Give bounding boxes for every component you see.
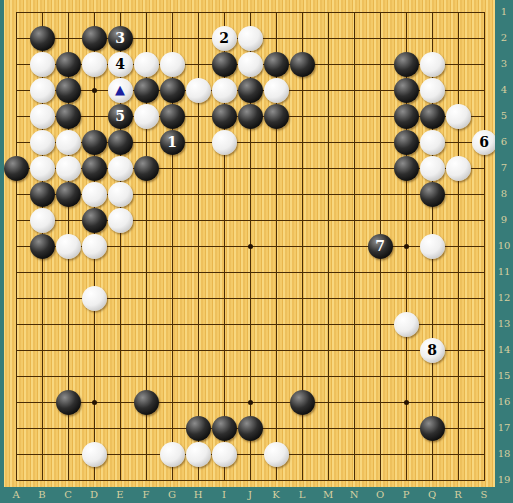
intersection-E2[interactable]: 3 xyxy=(107,25,133,51)
intersection-Q14[interactable]: 8 xyxy=(419,337,445,363)
intersection-A17[interactable] xyxy=(3,415,29,441)
intersection-I13[interactable] xyxy=(211,311,237,337)
intersection-A15[interactable] xyxy=(3,363,29,389)
intersection-D18[interactable] xyxy=(81,441,107,467)
intersection-G15[interactable] xyxy=(159,363,185,389)
intersection-S8[interactable] xyxy=(471,181,497,207)
intersection-N12[interactable] xyxy=(341,285,367,311)
intersection-M9[interactable] xyxy=(315,207,341,233)
intersection-B9[interactable] xyxy=(29,207,55,233)
intersection-G13[interactable] xyxy=(159,311,185,337)
intersection-E3[interactable]: 4 xyxy=(107,51,133,77)
intersection-F6[interactable] xyxy=(133,129,159,155)
intersection-N6[interactable] xyxy=(341,129,367,155)
intersection-D5[interactable] xyxy=(81,103,107,129)
intersection-R2[interactable] xyxy=(445,25,471,51)
intersection-K13[interactable] xyxy=(263,311,289,337)
intersection-P10[interactable] xyxy=(393,233,419,259)
intersection-L2[interactable] xyxy=(289,25,315,51)
intersection-O3[interactable] xyxy=(367,51,393,77)
intersection-I16[interactable] xyxy=(211,389,237,415)
intersection-E8[interactable] xyxy=(107,181,133,207)
intersection-E10[interactable] xyxy=(107,233,133,259)
intersection-Q5[interactable] xyxy=(419,103,445,129)
intersection-L15[interactable] xyxy=(289,363,315,389)
intersection-O13[interactable] xyxy=(367,311,393,337)
intersection-Q3[interactable] xyxy=(419,51,445,77)
intersection-B2[interactable] xyxy=(29,25,55,51)
intersection-F1[interactable] xyxy=(133,0,159,25)
intersection-I18[interactable] xyxy=(211,441,237,467)
intersection-C5[interactable] xyxy=(55,103,81,129)
intersection-I17[interactable] xyxy=(211,415,237,441)
intersection-I10[interactable] xyxy=(211,233,237,259)
intersection-E16[interactable] xyxy=(107,389,133,415)
intersection-I4[interactable] xyxy=(211,77,237,103)
intersection-P11[interactable] xyxy=(393,259,419,285)
intersection-K6[interactable] xyxy=(263,129,289,155)
intersection-P8[interactable] xyxy=(393,181,419,207)
intersection-J16[interactable] xyxy=(237,389,263,415)
intersection-G7[interactable] xyxy=(159,155,185,181)
intersection-E14[interactable] xyxy=(107,337,133,363)
intersection-M2[interactable] xyxy=(315,25,341,51)
intersection-B10[interactable] xyxy=(29,233,55,259)
intersection-S6[interactable]: 6 xyxy=(471,129,497,155)
intersection-G4[interactable] xyxy=(159,77,185,103)
intersection-F9[interactable] xyxy=(133,207,159,233)
intersection-O18[interactable] xyxy=(367,441,393,467)
intersection-Q10[interactable] xyxy=(419,233,445,259)
intersection-M16[interactable] xyxy=(315,389,341,415)
intersection-Q2[interactable] xyxy=(419,25,445,51)
intersection-J6[interactable] xyxy=(237,129,263,155)
intersection-I5[interactable] xyxy=(211,103,237,129)
intersection-H7[interactable] xyxy=(185,155,211,181)
intersection-E1[interactable] xyxy=(107,0,133,25)
intersection-K1[interactable] xyxy=(263,0,289,25)
intersection-C8[interactable] xyxy=(55,181,81,207)
intersection-N14[interactable] xyxy=(341,337,367,363)
intersection-I9[interactable] xyxy=(211,207,237,233)
intersection-D4[interactable] xyxy=(81,77,107,103)
intersection-B15[interactable] xyxy=(29,363,55,389)
intersection-M14[interactable] xyxy=(315,337,341,363)
intersection-H13[interactable] xyxy=(185,311,211,337)
intersection-S16[interactable] xyxy=(471,389,497,415)
intersection-E17[interactable] xyxy=(107,415,133,441)
intersection-S3[interactable] xyxy=(471,51,497,77)
intersection-E13[interactable] xyxy=(107,311,133,337)
intersection-B4[interactable] xyxy=(29,77,55,103)
intersection-F13[interactable] xyxy=(133,311,159,337)
intersection-L18[interactable] xyxy=(289,441,315,467)
intersection-K16[interactable] xyxy=(263,389,289,415)
intersection-F16[interactable] xyxy=(133,389,159,415)
intersection-M15[interactable] xyxy=(315,363,341,389)
intersection-G11[interactable] xyxy=(159,259,185,285)
intersection-D13[interactable] xyxy=(81,311,107,337)
intersection-F8[interactable] xyxy=(133,181,159,207)
intersection-E4[interactable]: ▲ xyxy=(107,77,133,103)
intersection-Q11[interactable] xyxy=(419,259,445,285)
intersection-L5[interactable] xyxy=(289,103,315,129)
intersection-P17[interactable] xyxy=(393,415,419,441)
intersection-E7[interactable] xyxy=(107,155,133,181)
intersection-M13[interactable] xyxy=(315,311,341,337)
intersection-P6[interactable] xyxy=(393,129,419,155)
intersection-N7[interactable] xyxy=(341,155,367,181)
intersection-K18[interactable] xyxy=(263,441,289,467)
intersection-R14[interactable] xyxy=(445,337,471,363)
intersection-C11[interactable] xyxy=(55,259,81,285)
intersection-C14[interactable] xyxy=(55,337,81,363)
intersection-K7[interactable] xyxy=(263,155,289,181)
intersection-J5[interactable] xyxy=(237,103,263,129)
intersection-S13[interactable] xyxy=(471,311,497,337)
intersection-R4[interactable] xyxy=(445,77,471,103)
intersection-Q8[interactable] xyxy=(419,181,445,207)
intersection-G3[interactable] xyxy=(159,51,185,77)
intersection-A5[interactable] xyxy=(3,103,29,129)
intersection-K9[interactable] xyxy=(263,207,289,233)
intersection-A7[interactable] xyxy=(3,155,29,181)
intersection-M1[interactable] xyxy=(315,0,341,25)
intersection-Q6[interactable] xyxy=(419,129,445,155)
intersection-A2[interactable] xyxy=(3,25,29,51)
intersection-L4[interactable] xyxy=(289,77,315,103)
intersection-O5[interactable] xyxy=(367,103,393,129)
intersection-C18[interactable] xyxy=(55,441,81,467)
intersection-J3[interactable] xyxy=(237,51,263,77)
intersection-O15[interactable] xyxy=(367,363,393,389)
intersection-R11[interactable] xyxy=(445,259,471,285)
intersection-F14[interactable] xyxy=(133,337,159,363)
intersection-F17[interactable] xyxy=(133,415,159,441)
intersection-M4[interactable] xyxy=(315,77,341,103)
intersection-B1[interactable] xyxy=(29,0,55,25)
intersection-N2[interactable] xyxy=(341,25,367,51)
intersection-Q12[interactable] xyxy=(419,285,445,311)
intersection-H17[interactable] xyxy=(185,415,211,441)
intersection-S4[interactable] xyxy=(471,77,497,103)
intersection-B17[interactable] xyxy=(29,415,55,441)
intersection-B13[interactable] xyxy=(29,311,55,337)
intersection-O12[interactable] xyxy=(367,285,393,311)
intersection-K3[interactable] xyxy=(263,51,289,77)
intersection-S12[interactable] xyxy=(471,285,497,311)
intersection-D9[interactable] xyxy=(81,207,107,233)
intersection-D3[interactable] xyxy=(81,51,107,77)
intersection-R1[interactable] xyxy=(445,0,471,25)
intersection-L3[interactable] xyxy=(289,51,315,77)
intersection-R6[interactable] xyxy=(445,129,471,155)
intersection-F4[interactable] xyxy=(133,77,159,103)
intersection-J12[interactable] xyxy=(237,285,263,311)
intersection-G17[interactable] xyxy=(159,415,185,441)
intersection-P7[interactable] xyxy=(393,155,419,181)
intersection-S15[interactable] xyxy=(471,363,497,389)
intersection-D7[interactable] xyxy=(81,155,107,181)
intersection-R16[interactable] xyxy=(445,389,471,415)
intersection-I1[interactable] xyxy=(211,0,237,25)
intersection-K14[interactable] xyxy=(263,337,289,363)
intersection-O8[interactable] xyxy=(367,181,393,207)
intersection-J15[interactable] xyxy=(237,363,263,389)
intersection-B12[interactable] xyxy=(29,285,55,311)
intersection-P18[interactable] xyxy=(393,441,419,467)
intersection-G12[interactable] xyxy=(159,285,185,311)
intersection-J7[interactable] xyxy=(237,155,263,181)
intersection-R12[interactable] xyxy=(445,285,471,311)
intersection-G16[interactable] xyxy=(159,389,185,415)
intersection-S5[interactable] xyxy=(471,103,497,129)
intersection-P4[interactable] xyxy=(393,77,419,103)
intersection-D1[interactable] xyxy=(81,0,107,25)
intersection-C15[interactable] xyxy=(55,363,81,389)
intersection-A12[interactable] xyxy=(3,285,29,311)
intersection-Q1[interactable] xyxy=(419,0,445,25)
intersection-Q17[interactable] xyxy=(419,415,445,441)
intersection-R13[interactable] xyxy=(445,311,471,337)
intersection-M5[interactable] xyxy=(315,103,341,129)
intersection-H2[interactable] xyxy=(185,25,211,51)
intersection-A9[interactable] xyxy=(3,207,29,233)
intersection-D15[interactable] xyxy=(81,363,107,389)
intersection-P13[interactable] xyxy=(393,311,419,337)
intersection-K8[interactable] xyxy=(263,181,289,207)
intersection-D16[interactable] xyxy=(81,389,107,415)
intersection-S10[interactable] xyxy=(471,233,497,259)
intersection-I11[interactable] xyxy=(211,259,237,285)
intersection-C17[interactable] xyxy=(55,415,81,441)
intersection-K17[interactable] xyxy=(263,415,289,441)
intersection-Q13[interactable] xyxy=(419,311,445,337)
intersection-Q7[interactable] xyxy=(419,155,445,181)
intersection-S11[interactable] xyxy=(471,259,497,285)
intersection-E9[interactable] xyxy=(107,207,133,233)
intersection-H14[interactable] xyxy=(185,337,211,363)
intersection-O14[interactable] xyxy=(367,337,393,363)
intersection-C12[interactable] xyxy=(55,285,81,311)
intersection-J4[interactable] xyxy=(237,77,263,103)
intersection-M11[interactable] xyxy=(315,259,341,285)
intersection-N18[interactable] xyxy=(341,441,367,467)
intersection-N4[interactable] xyxy=(341,77,367,103)
intersection-J13[interactable] xyxy=(237,311,263,337)
intersection-O6[interactable] xyxy=(367,129,393,155)
intersection-A1[interactable] xyxy=(3,0,29,25)
intersection-D10[interactable] xyxy=(81,233,107,259)
intersection-G18[interactable] xyxy=(159,441,185,467)
intersection-O2[interactable] xyxy=(367,25,393,51)
intersection-L14[interactable] xyxy=(289,337,315,363)
intersection-O16[interactable] xyxy=(367,389,393,415)
intersection-P16[interactable] xyxy=(393,389,419,415)
intersection-J17[interactable] xyxy=(237,415,263,441)
intersection-C6[interactable] xyxy=(55,129,81,155)
intersection-P5[interactable] xyxy=(393,103,419,129)
intersection-J18[interactable] xyxy=(237,441,263,467)
intersection-S2[interactable] xyxy=(471,25,497,51)
intersection-O17[interactable] xyxy=(367,415,393,441)
intersection-M3[interactable] xyxy=(315,51,341,77)
intersection-R3[interactable] xyxy=(445,51,471,77)
intersection-B7[interactable] xyxy=(29,155,55,181)
intersection-B6[interactable] xyxy=(29,129,55,155)
intersection-G9[interactable] xyxy=(159,207,185,233)
intersection-L10[interactable] xyxy=(289,233,315,259)
intersection-A14[interactable] xyxy=(3,337,29,363)
intersection-Q15[interactable] xyxy=(419,363,445,389)
intersection-N17[interactable] xyxy=(341,415,367,441)
intersection-G1[interactable] xyxy=(159,0,185,25)
intersection-A6[interactable] xyxy=(3,129,29,155)
intersection-A16[interactable] xyxy=(3,389,29,415)
intersection-P3[interactable] xyxy=(393,51,419,77)
intersection-D12[interactable] xyxy=(81,285,107,311)
intersection-H5[interactable] xyxy=(185,103,211,129)
intersection-E6[interactable] xyxy=(107,129,133,155)
intersection-I3[interactable] xyxy=(211,51,237,77)
intersection-K11[interactable] xyxy=(263,259,289,285)
intersection-Q16[interactable] xyxy=(419,389,445,415)
intersection-C7[interactable] xyxy=(55,155,81,181)
intersection-O11[interactable] xyxy=(367,259,393,285)
intersection-O9[interactable] xyxy=(367,207,393,233)
intersection-G14[interactable] xyxy=(159,337,185,363)
intersection-A10[interactable] xyxy=(3,233,29,259)
intersection-J2[interactable] xyxy=(237,25,263,51)
intersection-B14[interactable] xyxy=(29,337,55,363)
intersection-G10[interactable] xyxy=(159,233,185,259)
intersection-G2[interactable] xyxy=(159,25,185,51)
intersection-P1[interactable] xyxy=(393,0,419,25)
intersection-J11[interactable] xyxy=(237,259,263,285)
intersection-L16[interactable] xyxy=(289,389,315,415)
intersection-E11[interactable] xyxy=(107,259,133,285)
intersection-H6[interactable] xyxy=(185,129,211,155)
intersection-Q9[interactable] xyxy=(419,207,445,233)
intersection-N1[interactable] xyxy=(341,0,367,25)
intersection-P9[interactable] xyxy=(393,207,419,233)
intersection-R8[interactable] xyxy=(445,181,471,207)
intersection-C16[interactable] xyxy=(55,389,81,415)
intersection-R15[interactable] xyxy=(445,363,471,389)
intersection-F2[interactable] xyxy=(133,25,159,51)
intersection-O7[interactable] xyxy=(367,155,393,181)
intersection-C4[interactable] xyxy=(55,77,81,103)
intersection-F15[interactable] xyxy=(133,363,159,389)
intersection-K15[interactable] xyxy=(263,363,289,389)
intersection-B11[interactable] xyxy=(29,259,55,285)
intersection-L12[interactable] xyxy=(289,285,315,311)
intersection-S1[interactable] xyxy=(471,0,497,25)
intersection-F7[interactable] xyxy=(133,155,159,181)
intersection-R10[interactable] xyxy=(445,233,471,259)
intersection-H15[interactable] xyxy=(185,363,211,389)
intersection-H10[interactable] xyxy=(185,233,211,259)
intersection-F10[interactable] xyxy=(133,233,159,259)
intersection-E18[interactable] xyxy=(107,441,133,467)
intersection-H12[interactable] xyxy=(185,285,211,311)
intersection-B8[interactable] xyxy=(29,181,55,207)
intersection-A13[interactable] xyxy=(3,311,29,337)
intersection-D14[interactable] xyxy=(81,337,107,363)
intersection-C9[interactable] xyxy=(55,207,81,233)
intersection-E5[interactable]: 5 xyxy=(107,103,133,129)
intersection-L1[interactable] xyxy=(289,0,315,25)
intersection-F18[interactable] xyxy=(133,441,159,467)
intersection-C2[interactable] xyxy=(55,25,81,51)
intersection-G5[interactable] xyxy=(159,103,185,129)
intersection-I7[interactable] xyxy=(211,155,237,181)
intersection-G6[interactable]: 1 xyxy=(159,129,185,155)
intersection-P12[interactable] xyxy=(393,285,419,311)
intersection-D8[interactable] xyxy=(81,181,107,207)
intersection-N16[interactable] xyxy=(341,389,367,415)
intersection-P2[interactable] xyxy=(393,25,419,51)
intersection-D17[interactable] xyxy=(81,415,107,441)
intersection-O1[interactable] xyxy=(367,0,393,25)
intersection-D6[interactable] xyxy=(81,129,107,155)
intersection-B18[interactable] xyxy=(29,441,55,467)
intersection-H18[interactable] xyxy=(185,441,211,467)
intersection-A11[interactable] xyxy=(3,259,29,285)
intersection-O10[interactable]: 7 xyxy=(367,233,393,259)
intersection-M10[interactable] xyxy=(315,233,341,259)
intersection-K10[interactable] xyxy=(263,233,289,259)
intersection-A8[interactable] xyxy=(3,181,29,207)
intersection-N9[interactable] xyxy=(341,207,367,233)
intersection-F12[interactable] xyxy=(133,285,159,311)
intersection-B3[interactable] xyxy=(29,51,55,77)
intersection-K2[interactable] xyxy=(263,25,289,51)
intersection-J14[interactable] xyxy=(237,337,263,363)
intersection-I15[interactable] xyxy=(211,363,237,389)
intersection-S7[interactable] xyxy=(471,155,497,181)
intersection-R7[interactable] xyxy=(445,155,471,181)
intersection-S14[interactable] xyxy=(471,337,497,363)
intersection-K12[interactable] xyxy=(263,285,289,311)
intersection-J10[interactable] xyxy=(237,233,263,259)
intersection-M6[interactable] xyxy=(315,129,341,155)
intersection-M8[interactable] xyxy=(315,181,341,207)
intersection-L11[interactable] xyxy=(289,259,315,285)
intersection-D2[interactable] xyxy=(81,25,107,51)
intersection-R18[interactable] xyxy=(445,441,471,467)
intersection-C3[interactable] xyxy=(55,51,81,77)
intersection-R9[interactable] xyxy=(445,207,471,233)
intersection-K4[interactable] xyxy=(263,77,289,103)
intersection-H16[interactable] xyxy=(185,389,211,415)
intersection-H4[interactable] xyxy=(185,77,211,103)
intersection-Q18[interactable] xyxy=(419,441,445,467)
intersection-A4[interactable] xyxy=(3,77,29,103)
intersection-F11[interactable] xyxy=(133,259,159,285)
intersection-F5[interactable] xyxy=(133,103,159,129)
intersection-H9[interactable] xyxy=(185,207,211,233)
intersection-E12[interactable] xyxy=(107,285,133,311)
intersection-I2[interactable]: 2 xyxy=(211,25,237,51)
intersection-L8[interactable] xyxy=(289,181,315,207)
intersection-S18[interactable] xyxy=(471,441,497,467)
intersection-L17[interactable] xyxy=(289,415,315,441)
intersection-H8[interactable] xyxy=(185,181,211,207)
intersection-F3[interactable] xyxy=(133,51,159,77)
intersection-P15[interactable] xyxy=(393,363,419,389)
intersection-I6[interactable] xyxy=(211,129,237,155)
